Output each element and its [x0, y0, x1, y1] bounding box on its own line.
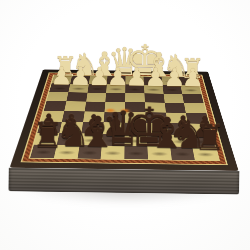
chess-box: ♜♞♝♛♚♝♞♜♟♟♟♟♟♟♟♟♟♟♟♟♟♟♟♟♜♞♝♛♚♝♞♜: [10, 70, 239, 171]
piece-shadow: [109, 88, 123, 91]
product-photo-background: ♜♞♝♛♚♝♞♜♟♟♟♟♟♟♟♟♟♟♟♟♟♟♟♟♜♞♝♛♚♝♞♜: [0, 0, 250, 250]
piece-shadow: [164, 80, 178, 83]
square-h3[interactable]: [47, 92, 69, 101]
piece-black-bishop[interactable]: ♝: [78, 111, 102, 154]
piece-shadow: [165, 88, 180, 91]
box-front-face: [9, 168, 240, 195]
piece-shadow: [73, 79, 87, 82]
piece-shadow: [90, 87, 104, 90]
piece-shadow: [71, 87, 86, 90]
piece-black-king[interactable]: ♚: [124, 100, 148, 154]
piece-black-queen[interactable]: ♛: [101, 105, 125, 154]
square-a3[interactable]: [182, 94, 203, 103]
piece-shadow: [52, 87, 67, 90]
piece-black-knight[interactable]: ♞: [171, 115, 195, 155]
piece-shadow: [146, 88, 160, 91]
piece-shadow: [182, 80, 196, 83]
piece-shadow: [146, 80, 160, 83]
piece-black-knight[interactable]: ♞: [55, 113, 79, 153]
piece-shadow: [109, 79, 123, 82]
piece-black-bishop[interactable]: ♝: [148, 112, 172, 155]
square-g3[interactable]: [66, 92, 87, 101]
piece-shadow: [184, 89, 199, 92]
piece-black-rook[interactable]: ♜: [194, 120, 218, 155]
piece-shadow: [128, 80, 142, 83]
piece-black-rook[interactable]: ♜: [32, 117, 56, 152]
piece-shadow: [128, 88, 142, 91]
